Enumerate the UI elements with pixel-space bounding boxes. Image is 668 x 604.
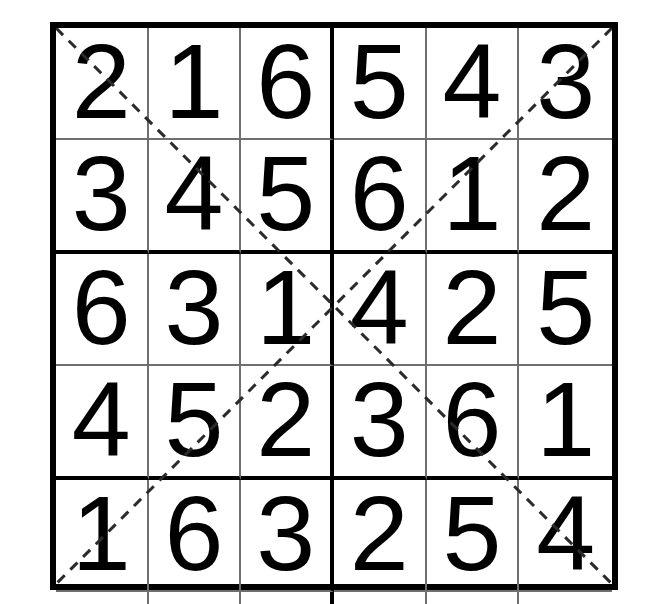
cell-r6c5[interactable]: 3 xyxy=(427,592,520,604)
cell-r6c3[interactable]: 4 xyxy=(241,592,334,604)
cell-r1c4[interactable]: 5 xyxy=(334,28,427,140)
cell-r3c2[interactable]: 3 xyxy=(149,254,242,366)
cell-r2c5[interactable]: 1 xyxy=(427,140,520,254)
cell-r5c1[interactable]: 1 xyxy=(56,480,149,592)
page-background: 216543345612631425452361163254524136 xyxy=(0,0,668,604)
cell-r6c2[interactable]: 2 xyxy=(149,592,242,604)
cell-r6c6[interactable]: 6 xyxy=(519,592,612,604)
cell-r5c4[interactable]: 2 xyxy=(334,480,427,592)
cell-r2c2[interactable]: 4 xyxy=(149,140,242,254)
cell-r3c4[interactable]: 4 xyxy=(334,254,427,366)
cell-r6c4[interactable]: 1 xyxy=(334,592,427,604)
cell-r1c6[interactable]: 3 xyxy=(519,28,612,140)
cell-r2c3[interactable]: 5 xyxy=(241,140,334,254)
cell-r2c6[interactable]: 2 xyxy=(519,140,612,254)
cell-r1c5[interactable]: 4 xyxy=(427,28,520,140)
cell-r6c1[interactable]: 5 xyxy=(56,592,149,604)
cell-r5c3[interactable]: 3 xyxy=(241,480,334,592)
cell-r4c4[interactable]: 3 xyxy=(334,366,427,480)
cell-r3c5[interactable]: 2 xyxy=(427,254,520,366)
cell-r4c2[interactable]: 5 xyxy=(149,366,242,480)
cell-r2c1[interactable]: 3 xyxy=(56,140,149,254)
cell-r4c5[interactable]: 6 xyxy=(427,366,520,480)
cell-r1c1[interactable]: 2 xyxy=(56,28,149,140)
cell-r5c5[interactable]: 5 xyxy=(427,480,520,592)
cell-r4c3[interactable]: 2 xyxy=(241,366,334,480)
cell-r3c3[interactable]: 1 xyxy=(241,254,334,366)
cell-r2c4[interactable]: 6 xyxy=(334,140,427,254)
cell-r1c2[interactable]: 1 xyxy=(149,28,242,140)
cell-r3c1[interactable]: 6 xyxy=(56,254,149,366)
cell-r5c2[interactable]: 6 xyxy=(149,480,242,592)
cell-r1c3[interactable]: 6 xyxy=(241,28,334,140)
cell-r3c6[interactable]: 5 xyxy=(519,254,612,366)
sudoku-board: 216543345612631425452361163254524136 xyxy=(50,22,618,590)
cell-r4c6[interactable]: 1 xyxy=(519,366,612,480)
cell-r5c6[interactable]: 4 xyxy=(519,480,612,592)
cell-r4c1[interactable]: 4 xyxy=(56,366,149,480)
